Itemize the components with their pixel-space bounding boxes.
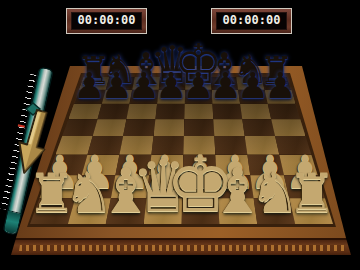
square-c6[interactable] — [126, 104, 157, 119]
chess-game-screen: 00:00:00 00:00:00 ♜♞♝♛♚♝♞♜♟♟♟♟♟♟♟♟♟♟♟♟♟♟… — [0, 0, 360, 270]
square-h5[interactable] — [271, 119, 305, 136]
square-b5[interactable] — [93, 119, 127, 136]
left-clock-time: 00:00:00 — [71, 12, 142, 30]
square-b6[interactable] — [97, 104, 129, 119]
piece-white-rook-h1[interactable]: ♜ — [288, 167, 337, 221]
piece-black-pawn-h7[interactable]: ♟ — [264, 67, 296, 103]
board-frame-trim — [19, 245, 345, 251]
square-e6[interactable] — [184, 104, 213, 119]
square-c5[interactable] — [123, 119, 155, 136]
square-f5[interactable] — [213, 119, 244, 136]
square-e5[interactable] — [184, 119, 214, 136]
square-h6[interactable] — [268, 104, 300, 119]
square-a6[interactable] — [69, 104, 102, 119]
square-d5[interactable] — [154, 119, 185, 136]
square-g6[interactable] — [240, 104, 271, 119]
right-clock: 00:00:00 — [211, 8, 292, 34]
square-d6[interactable] — [155, 104, 184, 119]
left-clock: 00:00:00 — [66, 8, 147, 34]
square-g5[interactable] — [242, 119, 275, 136]
square-f6[interactable] — [212, 104, 242, 119]
right-clock-time: 00:00:00 — [216, 12, 287, 30]
